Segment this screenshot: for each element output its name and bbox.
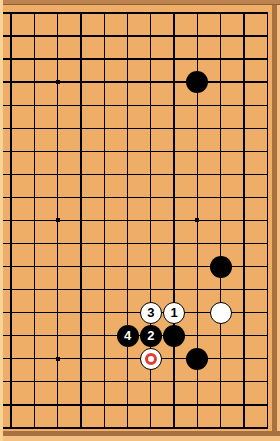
- star-point: [56, 218, 60, 222]
- board-right-edge-highlight: [277, 0, 280, 441]
- move-number-label: 2: [147, 329, 154, 342]
- grid-line-horizontal: [3, 174, 268, 175]
- black-stone: 4: [117, 325, 139, 347]
- star-point: [56, 80, 60, 84]
- move-number-label: 3: [147, 306, 154, 319]
- board-left-clip-highlight: [0, 0, 3, 441]
- white-stone: 3: [140, 302, 162, 324]
- black-stone: [210, 256, 232, 278]
- black-stone: [163, 325, 185, 347]
- grid-line-horizontal: [3, 243, 268, 244]
- black-stone: 2: [140, 325, 162, 347]
- grid-line-horizontal: [3, 128, 268, 129]
- star-point: [195, 218, 199, 222]
- board-bottom-edge-highlight: [0, 436, 280, 441]
- grid-line-horizontal: [3, 358, 268, 359]
- grid-line-horizontal: [3, 12, 268, 13]
- go-board-diagram: 3142: [0, 0, 280, 441]
- grid-line-horizontal: [3, 197, 268, 198]
- white-stone: [210, 302, 232, 324]
- grid-line-horizontal: [3, 289, 268, 290]
- grid-line-horizontal: [3, 427, 268, 428]
- red-circle-mark-icon: [145, 353, 157, 365]
- grid-line-horizontal: [3, 220, 268, 221]
- move-number-label: 1: [170, 306, 177, 319]
- black-stone: [186, 71, 208, 93]
- black-stone: [186, 348, 208, 370]
- star-point: [56, 357, 60, 361]
- move-number-label: 4: [124, 329, 131, 342]
- white-stone: [140, 348, 162, 370]
- grid-line-horizontal: [3, 105, 268, 106]
- white-stone: 1: [163, 302, 185, 324]
- grid-line-horizontal: [3, 381, 268, 382]
- grid-line-horizontal: [3, 151, 268, 152]
- grid-line-horizontal: [3, 81, 268, 82]
- grid-line-horizontal: [3, 35, 268, 36]
- grid-line-horizontal: [3, 404, 268, 405]
- grid-line-horizontal: [3, 58, 268, 59]
- board-top-edge: [0, 0, 280, 5]
